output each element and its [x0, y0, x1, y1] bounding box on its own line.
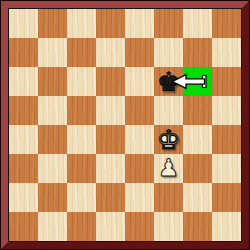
square-f4[interactable]: ♚: [154, 125, 183, 154]
chessboard-frame: ♚♚♟: [0, 0, 250, 250]
square-b7[interactable]: [38, 38, 67, 67]
square-e4[interactable]: [125, 125, 154, 154]
square-e1[interactable]: [125, 212, 154, 241]
square-h3[interactable]: [212, 154, 241, 183]
square-e5[interactable]: [125, 96, 154, 125]
chessboard-frame-bevel: ♚♚♟: [1, 1, 249, 249]
square-g1[interactable]: [183, 212, 212, 241]
square-c6[interactable]: [67, 67, 96, 96]
square-d6[interactable]: [96, 67, 125, 96]
square-a2[interactable]: [9, 183, 38, 212]
white-pawn[interactable]: ♟: [158, 154, 180, 183]
square-a8[interactable]: [9, 9, 38, 38]
square-c8[interactable]: [67, 9, 96, 38]
square-c1[interactable]: [67, 212, 96, 241]
square-f6[interactable]: ♚: [154, 67, 183, 96]
square-a7[interactable]: [9, 38, 38, 67]
square-d2[interactable]: [96, 183, 125, 212]
square-c7[interactable]: [67, 38, 96, 67]
square-a1[interactable]: [9, 212, 38, 241]
square-f1[interactable]: [154, 212, 183, 241]
square-d4[interactable]: [96, 125, 125, 154]
square-b3[interactable]: [38, 154, 67, 183]
chessboard: ♚♚♟: [8, 8, 242, 242]
square-f7[interactable]: [154, 38, 183, 67]
square-d1[interactable]: [96, 212, 125, 241]
square-a4[interactable]: [9, 125, 38, 154]
square-e3[interactable]: [125, 154, 154, 183]
square-g6[interactable]: [183, 67, 212, 96]
square-c5[interactable]: [67, 96, 96, 125]
square-h6[interactable]: [212, 67, 241, 96]
square-h5[interactable]: [212, 96, 241, 125]
square-d7[interactable]: [96, 38, 125, 67]
square-a6[interactable]: [9, 67, 38, 96]
square-h7[interactable]: [212, 38, 241, 67]
square-c4[interactable]: [67, 125, 96, 154]
square-g4[interactable]: [183, 125, 212, 154]
square-h4[interactable]: [212, 125, 241, 154]
square-c2[interactable]: [67, 183, 96, 212]
square-e8[interactable]: [125, 9, 154, 38]
square-f8[interactable]: [154, 9, 183, 38]
square-b8[interactable]: [38, 9, 67, 38]
square-a3[interactable]: [9, 154, 38, 183]
square-b1[interactable]: [38, 212, 67, 241]
square-h1[interactable]: [212, 212, 241, 241]
square-c3[interactable]: [67, 154, 96, 183]
square-d5[interactable]: [96, 96, 125, 125]
square-g7[interactable]: [183, 38, 212, 67]
square-a5[interactable]: [9, 96, 38, 125]
square-g5[interactable]: [183, 96, 212, 125]
square-f5[interactable]: [154, 96, 183, 125]
square-g8[interactable]: [183, 9, 212, 38]
square-b5[interactable]: [38, 96, 67, 125]
square-e2[interactable]: [125, 183, 154, 212]
square-d3[interactable]: [96, 154, 125, 183]
square-h2[interactable]: [212, 183, 241, 212]
square-g3[interactable]: [183, 154, 212, 183]
square-g2[interactable]: [183, 183, 212, 212]
square-f3[interactable]: ♟: [154, 154, 183, 183]
square-b6[interactable]: [38, 67, 67, 96]
square-d8[interactable]: [96, 9, 125, 38]
white-king[interactable]: ♚: [156, 125, 180, 154]
square-e7[interactable]: [125, 38, 154, 67]
square-h8[interactable]: [212, 9, 241, 38]
square-b4[interactable]: [38, 125, 67, 154]
square-b2[interactable]: [38, 183, 67, 212]
square-f2[interactable]: [154, 183, 183, 212]
black-king[interactable]: ♚: [156, 67, 180, 96]
square-e6[interactable]: [125, 67, 154, 96]
